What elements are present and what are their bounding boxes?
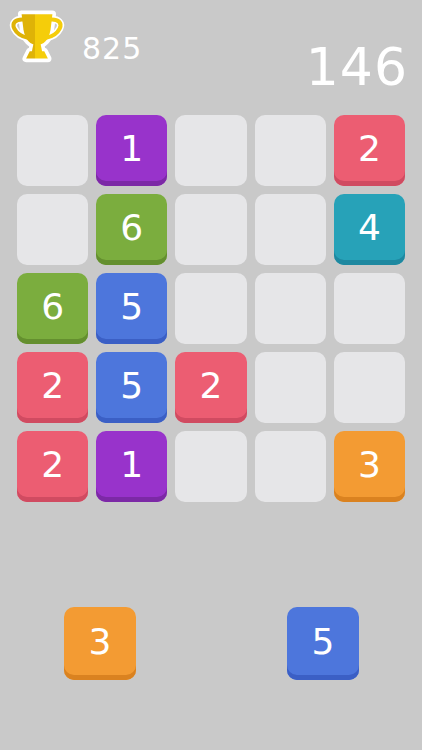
empty-cell[interactable]: [17, 115, 88, 186]
tile-2[interactable]: 2: [175, 352, 246, 423]
game-screen: 825 146 126465252213 35: [0, 0, 422, 750]
tile-6[interactable]: 6: [17, 273, 88, 344]
empty-cell[interactable]: [255, 273, 326, 344]
current-score-value: 146: [306, 40, 408, 94]
empty-cell[interactable]: [255, 352, 326, 423]
tile-6[interactable]: 6: [96, 194, 167, 265]
tile-5[interactable]: 5: [96, 352, 167, 423]
tile-2[interactable]: 2: [334, 115, 405, 186]
game-board: 126465252213: [17, 115, 405, 502]
best-score-value: 825: [82, 33, 142, 65]
empty-cell[interactable]: [175, 273, 246, 344]
tile-2[interactable]: 2: [17, 431, 88, 502]
empty-cell[interactable]: [175, 115, 246, 186]
tile-1[interactable]: 1: [96, 431, 167, 502]
empty-cell[interactable]: [255, 431, 326, 502]
tile-5[interactable]: 5: [96, 273, 167, 344]
tile-2[interactable]: 2: [17, 352, 88, 423]
empty-cell[interactable]: [175, 431, 246, 502]
tile-tray: 35: [0, 607, 422, 680]
empty-cell[interactable]: [334, 352, 405, 423]
tile-1[interactable]: 1: [96, 115, 167, 186]
empty-cell[interactable]: [255, 194, 326, 265]
empty-cell[interactable]: [17, 194, 88, 265]
trophy-icon: [8, 6, 66, 64]
empty-cell[interactable]: [334, 273, 405, 344]
tile-4[interactable]: 4: [334, 194, 405, 265]
tile-3[interactable]: 3: [334, 431, 405, 502]
tray-tile-5[interactable]: 5: [287, 607, 359, 680]
empty-cell[interactable]: [175, 194, 246, 265]
empty-cell[interactable]: [255, 115, 326, 186]
tray-tile-3[interactable]: 3: [64, 607, 136, 680]
best-score-hud: 825: [8, 6, 248, 68]
